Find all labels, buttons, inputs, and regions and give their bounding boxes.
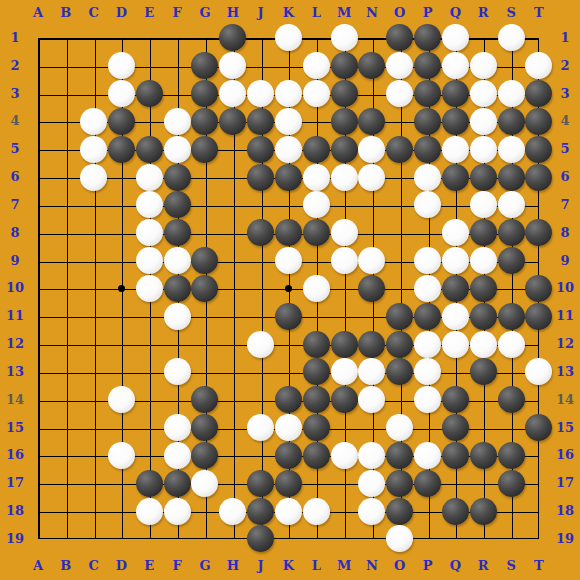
intersection-D9[interactable] — [108, 247, 136, 275]
intersection-B10[interactable] — [52, 275, 80, 303]
intersection-D10[interactable] — [108, 275, 136, 303]
intersection-N19[interactable] — [358, 525, 386, 553]
stone-white-S5 — [498, 136, 525, 163]
coord-label-col-D: D — [108, 556, 136, 576]
intersection-B12[interactable] — [52, 330, 80, 358]
intersection-Q19[interactable] — [442, 525, 470, 553]
intersection-F6 — [163, 163, 191, 191]
intersection-L14 — [302, 386, 330, 414]
intersection-A18[interactable] — [24, 497, 52, 525]
intersection-N17 — [358, 469, 386, 497]
intersection-G16 — [191, 442, 219, 470]
intersection-T1[interactable] — [525, 24, 553, 52]
intersection-P13 — [414, 358, 442, 386]
intersection-L3 — [302, 80, 330, 108]
stone-black-G9 — [191, 247, 218, 274]
intersection-N15[interactable] — [358, 414, 386, 442]
intersection-B11[interactable] — [52, 302, 80, 330]
intersection-E5 — [135, 135, 163, 163]
intersection-H9[interactable] — [219, 247, 247, 275]
intersection-L2 — [302, 52, 330, 80]
stone-white-R2 — [470, 52, 497, 79]
intersection-D13[interactable] — [108, 358, 136, 386]
intersection-O8[interactable] — [386, 219, 414, 247]
intersection-P18[interactable] — [414, 497, 442, 525]
intersection-D7[interactable] — [108, 191, 136, 219]
intersection-D2 — [108, 52, 136, 80]
stone-white-L18 — [303, 498, 330, 525]
intersection-J11[interactable] — [247, 302, 275, 330]
intersection-B1[interactable] — [52, 24, 80, 52]
intersection-G13[interactable] — [191, 358, 219, 386]
intersection-E15[interactable] — [135, 414, 163, 442]
intersection-P14 — [414, 386, 442, 414]
intersection-M19[interactable] — [330, 525, 358, 553]
stone-white-N16 — [358, 442, 385, 469]
intersection-S1 — [497, 24, 525, 52]
coord-label-row-10: 10 — [551, 275, 579, 303]
intersection-N14 — [358, 386, 386, 414]
intersection-L1[interactable] — [302, 24, 330, 52]
intersection-N1[interactable] — [358, 24, 386, 52]
intersection-H17[interactable] — [219, 469, 247, 497]
intersection-D17[interactable] — [108, 469, 136, 497]
stone-white-Q1 — [442, 24, 469, 51]
stone-white-O15 — [386, 414, 413, 441]
intersection-D16 — [108, 442, 136, 470]
coord-label-col-B: B — [52, 3, 80, 23]
intersection-G3 — [191, 80, 219, 108]
intersection-L4[interactable] — [302, 108, 330, 136]
intersection-T9[interactable] — [525, 247, 553, 275]
intersection-B19[interactable] — [52, 525, 80, 553]
stone-white-N18 — [358, 498, 385, 525]
intersection-O3 — [386, 80, 414, 108]
stone-white-L7 — [303, 191, 330, 218]
intersection-B9[interactable] — [52, 247, 80, 275]
intersection-A14[interactable] — [24, 386, 52, 414]
intersection-A4[interactable] — [24, 108, 52, 136]
intersection-J9[interactable] — [247, 247, 275, 275]
column-labels-bottom: ABCDEFGHJKLMNOPQRST — [24, 556, 553, 576]
intersection-C10[interactable] — [80, 275, 108, 303]
stone-black-T4 — [525, 108, 552, 135]
intersection-N6 — [358, 163, 386, 191]
intersection-F12[interactable] — [163, 330, 191, 358]
intersection-A10[interactable] — [24, 275, 52, 303]
stone-black-Q15 — [442, 414, 469, 441]
intersection-A13[interactable] — [24, 358, 52, 386]
intersection-A16[interactable] — [24, 442, 52, 470]
intersection-O10[interactable] — [386, 275, 414, 303]
intersection-C7[interactable] — [80, 191, 108, 219]
intersection-A8[interactable] — [24, 219, 52, 247]
intersection-E4[interactable] — [135, 108, 163, 136]
intersection-G18[interactable] — [191, 497, 219, 525]
intersection-C9[interactable] — [80, 247, 108, 275]
stone-black-F10 — [164, 275, 191, 302]
intersection-N7[interactable] — [358, 191, 386, 219]
intersection-Q10 — [442, 275, 470, 303]
intersection-C13[interactable] — [80, 358, 108, 386]
intersection-L9[interactable] — [302, 247, 330, 275]
intersection-D18[interactable] — [108, 497, 136, 525]
intersection-C8[interactable] — [80, 219, 108, 247]
stone-white-P7 — [414, 191, 441, 218]
stone-black-S16 — [498, 442, 525, 469]
intersection-D8[interactable] — [108, 219, 136, 247]
intersection-B14[interactable] — [52, 386, 80, 414]
intersection-B2[interactable] — [52, 52, 80, 80]
intersection-T14[interactable] — [525, 386, 553, 414]
coord-label-row-6: 6 — [551, 163, 579, 191]
intersection-T17[interactable] — [525, 469, 553, 497]
intersection-H4 — [219, 108, 247, 136]
stone-white-N17 — [358, 470, 385, 497]
intersection-F2[interactable] — [163, 52, 191, 80]
intersection-O14[interactable] — [386, 386, 414, 414]
stone-black-K17 — [275, 470, 302, 497]
intersection-O4[interactable] — [386, 108, 414, 136]
intersection-H19[interactable] — [219, 525, 247, 553]
coord-label-col-N: N — [358, 3, 386, 23]
intersection-A5[interactable] — [24, 135, 52, 163]
intersection-L11[interactable] — [302, 302, 330, 330]
intersection-H14[interactable] — [219, 386, 247, 414]
intersection-G19[interactable] — [191, 525, 219, 553]
stone-white-E8 — [136, 219, 163, 246]
intersection-T16[interactable] — [525, 442, 553, 470]
intersection-J12 — [247, 330, 275, 358]
intersection-J13[interactable] — [247, 358, 275, 386]
stone-black-L12 — [303, 331, 330, 358]
intersection-S7 — [497, 191, 525, 219]
intersection-K12[interactable] — [275, 330, 303, 358]
intersection-F19[interactable] — [163, 525, 191, 553]
stone-black-P17 — [414, 470, 441, 497]
intersection-Q13[interactable] — [442, 358, 470, 386]
intersection-C3[interactable] — [80, 80, 108, 108]
intersection-C11[interactable] — [80, 302, 108, 330]
intersection-D19[interactable] — [108, 525, 136, 553]
intersection-K5 — [275, 135, 303, 163]
intersection-E9 — [135, 247, 163, 275]
intersection-B7[interactable] — [52, 191, 80, 219]
intersection-K1 — [275, 24, 303, 52]
intersection-T19[interactable] — [525, 525, 553, 553]
intersection-S10[interactable] — [497, 275, 525, 303]
intersection-S15[interactable] — [497, 414, 525, 442]
intersection-S18[interactable] — [497, 497, 525, 525]
stone-white-J15 — [247, 414, 274, 441]
coord-label-col-S: S — [497, 556, 525, 576]
intersection-H11[interactable] — [219, 302, 247, 330]
stone-black-G2 — [191, 52, 218, 79]
coord-label-col-L: L — [302, 3, 330, 23]
stone-white-K1 — [275, 24, 302, 51]
intersection-F1[interactable] — [163, 24, 191, 52]
intersection-E13[interactable] — [135, 358, 163, 386]
intersection-S13[interactable] — [497, 358, 525, 386]
intersection-F14[interactable] — [163, 386, 191, 414]
intersection-J5 — [247, 135, 275, 163]
intersection-L19[interactable] — [302, 525, 330, 553]
intersection-Q2 — [442, 52, 470, 80]
intersection-H10[interactable] — [219, 275, 247, 303]
intersection-A3[interactable] — [24, 80, 52, 108]
intersection-E19[interactable] — [135, 525, 163, 553]
intersection-A12[interactable] — [24, 330, 52, 358]
intersection-A15[interactable] — [24, 414, 52, 442]
intersection-B8[interactable] — [52, 219, 80, 247]
intersection-R17[interactable] — [469, 469, 497, 497]
stone-black-P11 — [414, 303, 441, 330]
coord-label-col-Q: Q — [442, 556, 470, 576]
intersection-M10[interactable] — [330, 275, 358, 303]
intersection-E12[interactable] — [135, 330, 163, 358]
intersection-C19[interactable] — [80, 525, 108, 553]
stone-black-R18 — [470, 498, 497, 525]
intersection-S19[interactable] — [497, 525, 525, 553]
intersection-C18[interactable] — [80, 497, 108, 525]
intersection-T7[interactable] — [525, 191, 553, 219]
intersection-E2[interactable] — [135, 52, 163, 80]
stone-black-R13 — [470, 358, 497, 385]
intersection-J16[interactable] — [247, 442, 275, 470]
stone-white-F11 — [164, 303, 191, 330]
stone-black-T6 — [525, 164, 552, 191]
intersection-H5[interactable] — [219, 135, 247, 163]
intersection-G9 — [191, 247, 219, 275]
stone-black-J5 — [247, 136, 274, 163]
intersection-H7[interactable] — [219, 191, 247, 219]
stone-black-E17 — [136, 470, 163, 497]
intersection-P4 — [414, 108, 442, 136]
intersection-C16[interactable] — [80, 442, 108, 470]
intersection-A2[interactable] — [24, 52, 52, 80]
intersection-K18 — [275, 497, 303, 525]
intersection-K3 — [275, 80, 303, 108]
stone-white-C5 — [80, 136, 107, 163]
intersection-G6[interactable] — [191, 163, 219, 191]
stone-black-O17 — [386, 470, 413, 497]
intersection-R19[interactable] — [469, 525, 497, 553]
intersection-N9 — [358, 247, 386, 275]
intersection-Q7[interactable] — [442, 191, 470, 219]
stone-black-Q4 — [442, 108, 469, 135]
stone-white-M8 — [331, 219, 358, 246]
stone-black-F6 — [164, 164, 191, 191]
stone-black-G15 — [191, 414, 218, 441]
intersection-C17[interactable] — [80, 469, 108, 497]
intersection-G11[interactable] — [191, 302, 219, 330]
stone-black-Q14 — [442, 386, 469, 413]
coord-label-col-A: A — [24, 3, 52, 23]
stone-black-R8 — [470, 219, 497, 246]
intersection-T12[interactable] — [525, 330, 553, 358]
intersection-B5[interactable] — [52, 135, 80, 163]
stone-white-K9 — [275, 247, 302, 274]
stone-black-S9 — [498, 247, 525, 274]
intersection-F3[interactable] — [163, 80, 191, 108]
stone-black-O1 — [386, 24, 413, 51]
intersection-K2[interactable] — [275, 52, 303, 80]
intersection-M13 — [330, 358, 358, 386]
intersection-A17[interactable] — [24, 469, 52, 497]
intersection-P19[interactable] — [414, 525, 442, 553]
intersection-P15[interactable] — [414, 414, 442, 442]
intersection-M17[interactable] — [330, 469, 358, 497]
intersection-R15[interactable] — [469, 414, 497, 442]
intersection-K10[interactable] — [275, 275, 303, 303]
intersection-B13[interactable] — [52, 358, 80, 386]
stone-white-L3 — [303, 80, 330, 107]
intersection-N18 — [358, 497, 386, 525]
intersection-D5 — [108, 135, 136, 163]
intersection-M14 — [330, 386, 358, 414]
intersection-B18[interactable] — [52, 497, 80, 525]
coord-label-col-T: T — [525, 3, 553, 23]
intersection-A11[interactable] — [24, 302, 52, 330]
intersection-O9[interactable] — [386, 247, 414, 275]
stone-white-F5 — [164, 136, 191, 163]
intersection-R5 — [469, 135, 497, 163]
stone-white-H2 — [219, 52, 246, 79]
intersection-S2[interactable] — [497, 52, 525, 80]
intersection-R14[interactable] — [469, 386, 497, 414]
stone-black-T10 — [525, 275, 552, 302]
intersection-J10[interactable] — [247, 275, 275, 303]
intersection-G8[interactable] — [191, 219, 219, 247]
intersection-D12[interactable] — [108, 330, 136, 358]
intersection-C14[interactable] — [80, 386, 108, 414]
intersection-G10 — [191, 275, 219, 303]
intersection-O6[interactable] — [386, 163, 414, 191]
intersection-M3 — [330, 80, 358, 108]
coord-label-row-2: 2 — [551, 52, 579, 80]
column-labels-top: ABCDEFGHJKLMNOPQRST — [24, 3, 553, 23]
intersection-N12 — [358, 330, 386, 358]
intersection-G7[interactable] — [191, 191, 219, 219]
intersection-N11[interactable] — [358, 302, 386, 330]
intersection-L15 — [302, 414, 330, 442]
intersection-P8[interactable] — [414, 219, 442, 247]
intersection-B3[interactable] — [52, 80, 80, 108]
intersection-G1[interactable] — [191, 24, 219, 52]
intersection-K13[interactable] — [275, 358, 303, 386]
intersection-E11[interactable] — [135, 302, 163, 330]
intersection-L17[interactable] — [302, 469, 330, 497]
intersection-J6 — [247, 163, 275, 191]
intersection-A6[interactable] — [24, 163, 52, 191]
intersection-J14[interactable] — [247, 386, 275, 414]
intersection-D6[interactable] — [108, 163, 136, 191]
intersection-A9[interactable] — [24, 247, 52, 275]
stone-black-G14 — [191, 386, 218, 413]
intersection-Q14 — [442, 386, 470, 414]
intersection-R1[interactable] — [469, 24, 497, 52]
intersection-K19[interactable] — [275, 525, 303, 553]
intersection-A7[interactable] — [24, 191, 52, 219]
intersection-R6 — [469, 163, 497, 191]
intersection-H12[interactable] — [219, 330, 247, 358]
intersection-N8[interactable] — [358, 219, 386, 247]
intersection-B17[interactable] — [52, 469, 80, 497]
intersection-J7[interactable] — [247, 191, 275, 219]
intersection-J1[interactable] — [247, 24, 275, 52]
intersection-C2[interactable] — [80, 52, 108, 80]
intersection-H6[interactable] — [219, 163, 247, 191]
intersection-M7[interactable] — [330, 191, 358, 219]
intersection-D1[interactable] — [108, 24, 136, 52]
intersection-M18[interactable] — [330, 497, 358, 525]
intersection-B15[interactable] — [52, 414, 80, 442]
intersection-H15[interactable] — [219, 414, 247, 442]
intersection-C15[interactable] — [80, 414, 108, 442]
intersection-M15[interactable] — [330, 414, 358, 442]
intersection-F11 — [163, 302, 191, 330]
intersection-P3 — [414, 80, 442, 108]
intersection-D15[interactable] — [108, 414, 136, 442]
intersection-C1[interactable] — [80, 24, 108, 52]
intersection-D11[interactable] — [108, 302, 136, 330]
intersection-O7[interactable] — [386, 191, 414, 219]
intersection-M9 — [330, 247, 358, 275]
intersection-K16 — [275, 442, 303, 470]
intersection-H8[interactable] — [219, 219, 247, 247]
intersection-R8 — [469, 219, 497, 247]
intersection-L10 — [302, 275, 330, 303]
intersection-Q1 — [442, 24, 470, 52]
intersection-T15 — [525, 414, 553, 442]
intersection-A1[interactable] — [24, 24, 52, 52]
stone-black-K6 — [275, 164, 302, 191]
stone-white-Q9 — [442, 247, 469, 274]
intersection-E10 — [135, 275, 163, 303]
intersection-C12[interactable] — [80, 330, 108, 358]
stone-white-R3 — [470, 80, 497, 107]
stone-white-D2 — [108, 52, 135, 79]
intersection-T18[interactable] — [525, 497, 553, 525]
intersection-J2[interactable] — [247, 52, 275, 80]
intersection-S9 — [497, 247, 525, 275]
intersection-F7 — [163, 191, 191, 219]
intersection-B6[interactable] — [52, 163, 80, 191]
intersection-A19[interactable] — [24, 525, 52, 553]
intersection-N3[interactable] — [358, 80, 386, 108]
intersection-E17 — [135, 469, 163, 497]
intersection-M11[interactable] — [330, 302, 358, 330]
intersection-K7[interactable] — [275, 191, 303, 219]
intersection-R11 — [469, 302, 497, 330]
intersection-M5 — [330, 135, 358, 163]
stone-white-J3 — [247, 80, 274, 107]
intersection-H13[interactable] — [219, 358, 247, 386]
intersection-H16[interactable] — [219, 442, 247, 470]
intersection-E1[interactable] — [135, 24, 163, 52]
intersection-F4 — [163, 108, 191, 136]
intersection-G12[interactable] — [191, 330, 219, 358]
intersection-B4[interactable] — [52, 108, 80, 136]
intersection-Q17[interactable] — [442, 469, 470, 497]
intersection-E16[interactable] — [135, 442, 163, 470]
stone-black-L14 — [303, 386, 330, 413]
stone-white-P9 — [414, 247, 441, 274]
coord-label-col-P: P — [414, 556, 442, 576]
intersection-B16[interactable] — [52, 442, 80, 470]
stone-black-K8 — [275, 219, 302, 246]
intersection-E14[interactable] — [135, 386, 163, 414]
